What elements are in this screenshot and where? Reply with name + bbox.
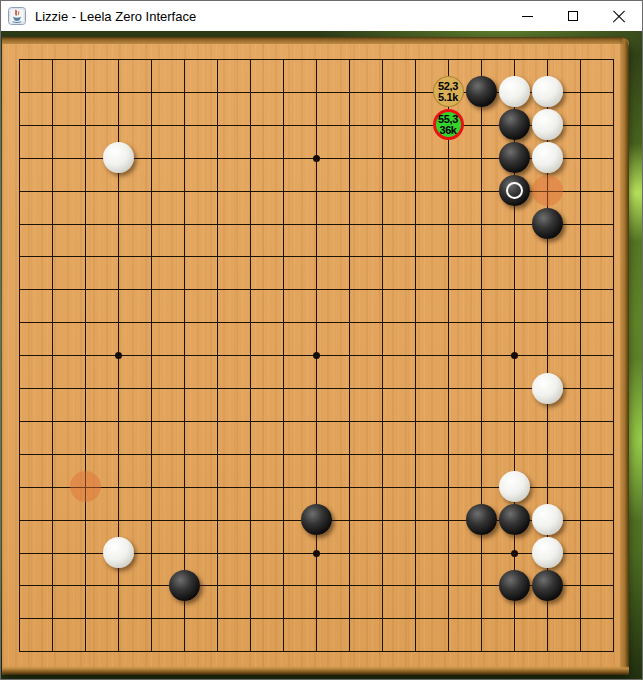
app-window: Lizzie - Leela Zero Interface 52,35.1k55… (0, 0, 643, 680)
board-edge-bottom (2, 666, 629, 675)
suggestion-visits: 5.1k (438, 92, 458, 103)
go-board[interactable]: 52,35.1k55,336k (2, 37, 629, 675)
window-title: Lizzie - Leela Zero Interface (35, 9, 196, 24)
board-edge-top (2, 37, 629, 44)
analysis-layer: 52,35.1k55,336k (2, 37, 629, 675)
minimize-button[interactable] (504, 1, 550, 31)
move-suggestion[interactable] (532, 175, 563, 206)
title-bar: Lizzie - Leela Zero Interface (1, 1, 642, 31)
maximize-icon (568, 11, 578, 21)
minimize-icon (522, 16, 533, 17)
background-photo: 52,35.1k55,336k (1, 31, 642, 679)
board-edge-right (619, 37, 629, 675)
move-suggestion[interactable]: 55,336k (433, 109, 464, 140)
suggestion-visits: 36k (439, 125, 456, 136)
close-button[interactable] (596, 1, 642, 31)
maximize-button[interactable] (550, 1, 596, 31)
move-suggestion[interactable]: 52,35.1k (433, 76, 464, 107)
window-controls (504, 1, 642, 31)
move-suggestion[interactable] (70, 471, 101, 502)
close-icon (612, 9, 626, 23)
java-app-icon[interactable] (8, 7, 26, 25)
